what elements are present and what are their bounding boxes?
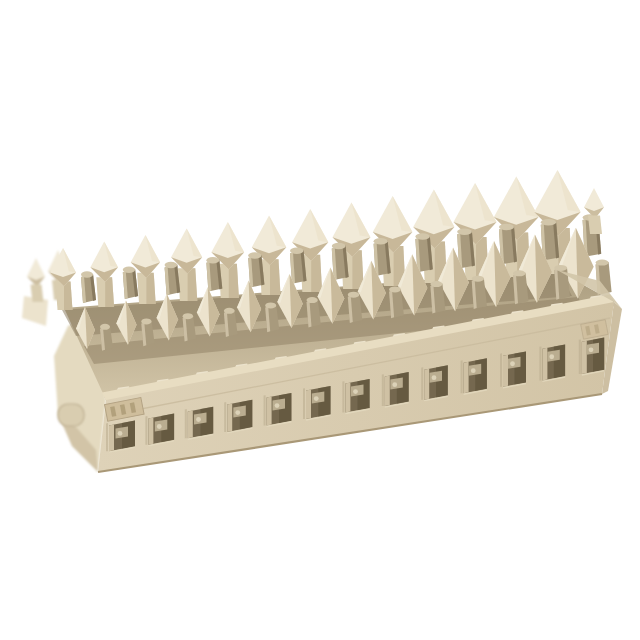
idc-blade-front-cap bbox=[389, 286, 401, 292]
idc-blade-cap bbox=[123, 267, 135, 273]
window-rib-shade bbox=[461, 360, 463, 393]
idc-blade-front-cap bbox=[224, 308, 235, 314]
idc-blade-cap bbox=[541, 219, 556, 225]
connector-photo bbox=[0, 0, 640, 640]
idc-blade-cap bbox=[248, 252, 261, 258]
front-window-shade bbox=[593, 338, 604, 372]
idc-blade-cap bbox=[457, 229, 472, 235]
retention-peg bbox=[58, 404, 84, 426]
idc-blade-front-cap bbox=[596, 260, 609, 266]
idc-blade-front-cap bbox=[430, 281, 442, 287]
window-contact-glint-bright bbox=[157, 424, 162, 429]
window-contact-glint-bright bbox=[589, 347, 594, 352]
idc-blade-front-cap bbox=[472, 276, 484, 282]
window-rib-shade bbox=[539, 346, 541, 380]
idc-blade-front-cap bbox=[141, 318, 151, 324]
window-contact-glint-bright bbox=[353, 389, 358, 394]
window-contact-glint-bright bbox=[118, 431, 123, 436]
window-inner-wall bbox=[109, 425, 114, 452]
window-rib-shade bbox=[264, 395, 266, 425]
window-inner-wall bbox=[385, 376, 390, 407]
idc-blade-front-cap bbox=[183, 313, 194, 319]
front-window-shade bbox=[475, 358, 487, 391]
window-rib-shade bbox=[185, 409, 187, 438]
window-inner-wall bbox=[464, 362, 469, 394]
window-contact-glint-bright bbox=[392, 382, 397, 387]
end-tooth-stem bbox=[588, 216, 602, 234]
idc-blade-front-cap bbox=[265, 302, 276, 308]
window-inner-wall bbox=[503, 355, 508, 387]
window-contact-glint-bright bbox=[549, 354, 554, 359]
window-rib-shade bbox=[224, 402, 226, 432]
window-contact-glint-bright bbox=[510, 361, 515, 366]
window-contact-glint-bright bbox=[235, 410, 240, 415]
idc-blade-front-cap bbox=[307, 297, 318, 303]
window-contact-glint-bright bbox=[314, 396, 319, 401]
end-tooth-stem bbox=[31, 284, 44, 302]
window-inner-wall bbox=[306, 390, 311, 419]
window-inner-wall bbox=[148, 418, 153, 445]
idc-blade-cap bbox=[332, 243, 346, 249]
window-rib-shade bbox=[382, 374, 384, 406]
idc-blade-cap bbox=[499, 224, 514, 230]
window-rib-shade bbox=[342, 381, 344, 412]
idc-blade-cap bbox=[290, 248, 304, 254]
window-rib-shade bbox=[500, 353, 502, 387]
window-rib-shade bbox=[145, 416, 147, 445]
idc-blade-front-cap bbox=[100, 324, 110, 330]
window-inner-wall bbox=[542, 348, 547, 381]
idc-blade-front-cap bbox=[348, 292, 360, 298]
idc-blade-front-cap bbox=[554, 265, 567, 271]
idc-blade-cap bbox=[165, 262, 178, 268]
window-inner-wall bbox=[424, 369, 429, 400]
window-rib-shade bbox=[579, 339, 581, 374]
idc-blade-cap bbox=[374, 238, 388, 244]
window-contact-glint-bright bbox=[432, 375, 437, 380]
window-contact-glint-bright bbox=[196, 417, 201, 422]
front-window-shade bbox=[515, 351, 527, 384]
window-rib-shade bbox=[303, 388, 305, 419]
window-inner-wall bbox=[582, 341, 587, 374]
idc-blade-front-cap bbox=[513, 270, 526, 276]
window-contact-glint-bright bbox=[471, 368, 476, 373]
window-inner-wall bbox=[345, 383, 350, 413]
window-rib-shade bbox=[106, 423, 108, 451]
window-inner-wall bbox=[227, 404, 232, 432]
idc-blade-cap bbox=[415, 233, 429, 239]
idc-blade-cap bbox=[206, 257, 219, 263]
window-inner-wall bbox=[188, 411, 193, 439]
idc-blade-cap bbox=[81, 271, 93, 277]
product-photo-canvas bbox=[0, 0, 640, 640]
window-rib-shade bbox=[421, 367, 423, 399]
front-window-shade bbox=[554, 344, 565, 378]
window-contact-glint-bright bbox=[275, 403, 280, 408]
window-inner-wall bbox=[267, 397, 272, 426]
